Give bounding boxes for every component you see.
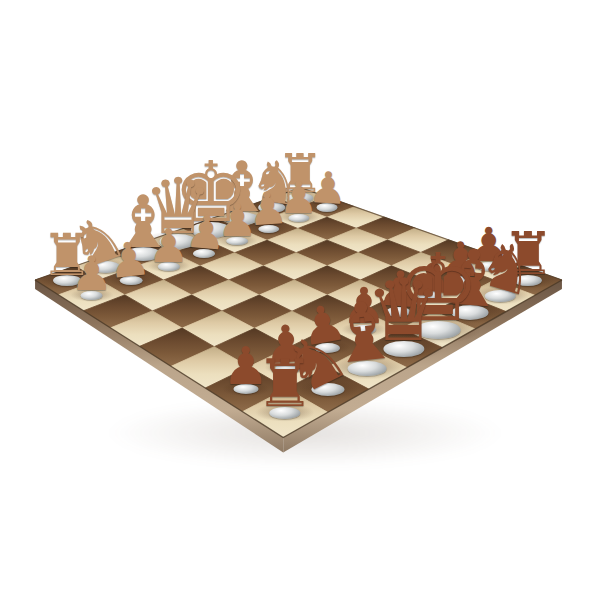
white-pawn-glyph: ♟: [148, 223, 190, 269]
white-pawn-glyph: ♟: [70, 250, 113, 298]
white-pawn-glyph: ♟: [183, 209, 228, 258]
black-rook-glyph: ♜: [256, 351, 315, 417]
chess-set-photo: ♜♞♝♛♚♝♞♜♟♟♟♟♟♟♟♟♜♞♝♛♚♝♞♜♟♟♟♟♟♟♟♟: [0, 0, 600, 600]
